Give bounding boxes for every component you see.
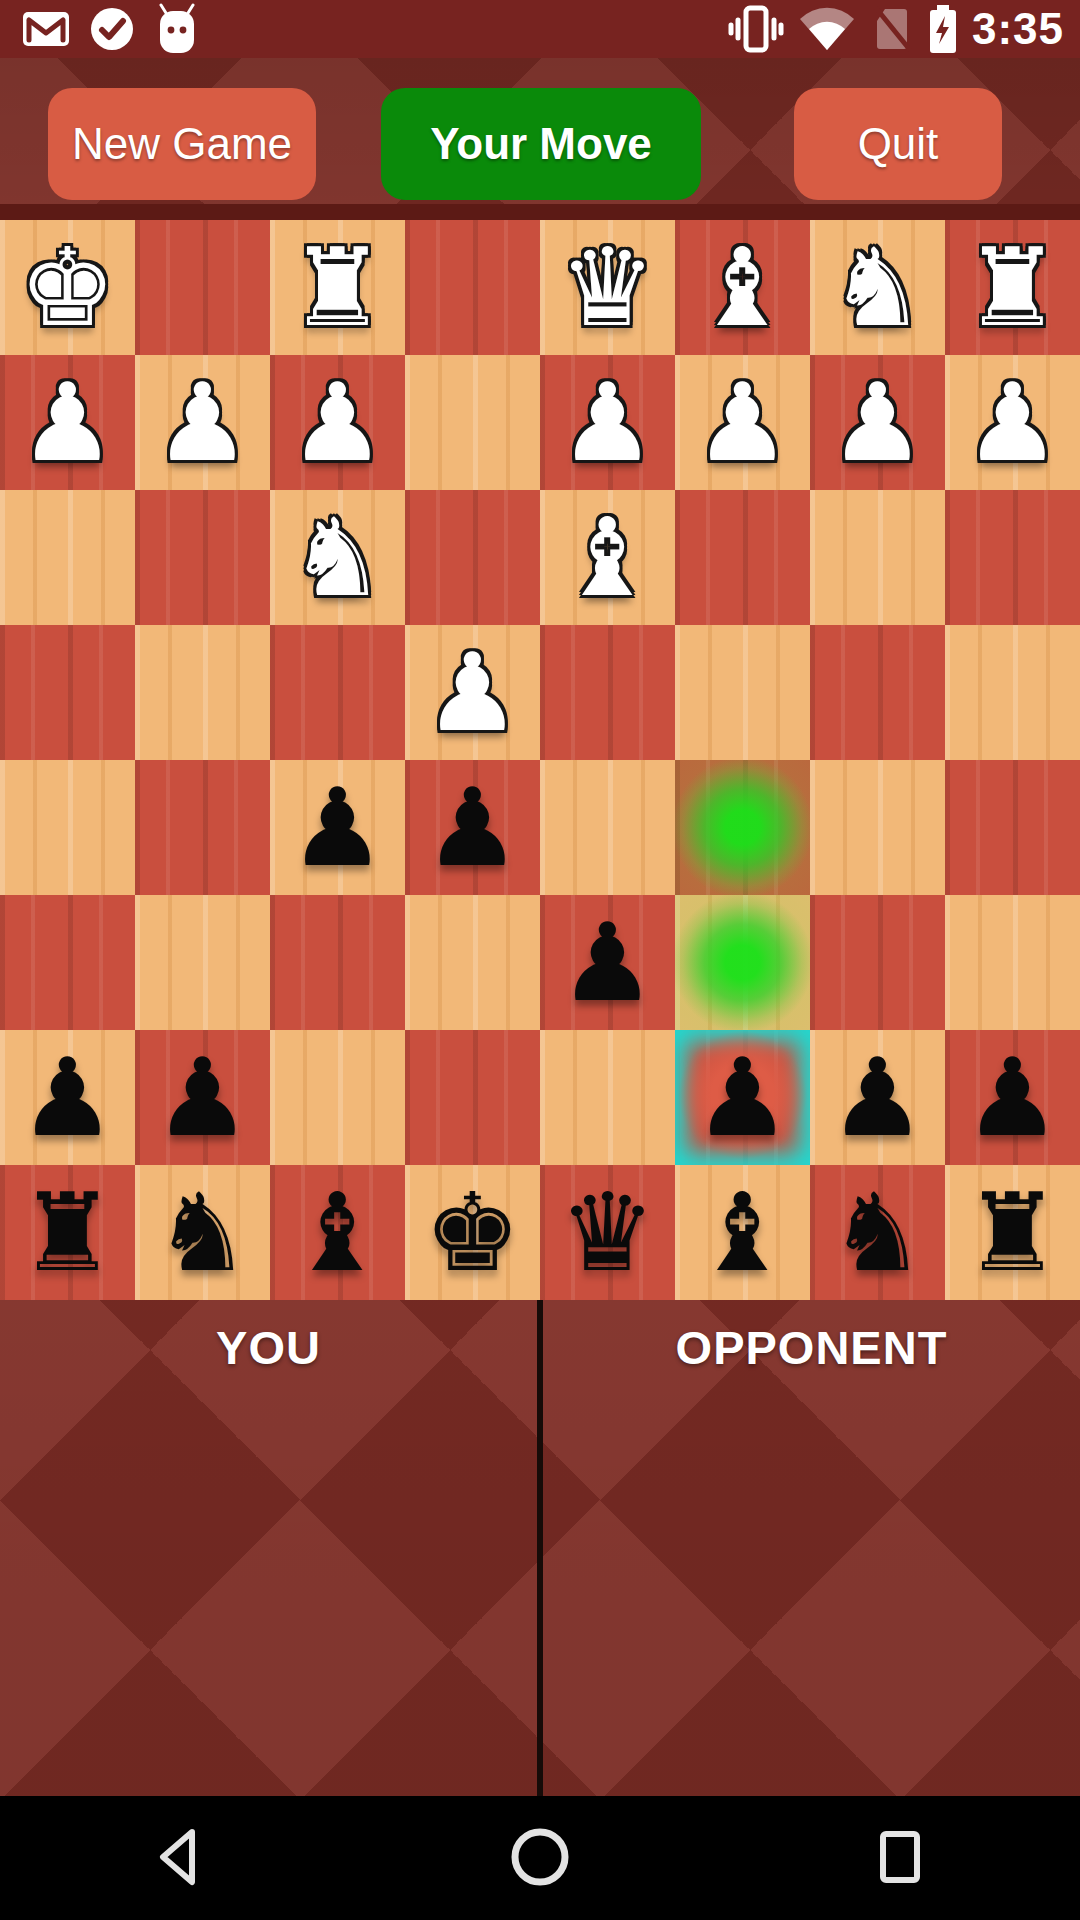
board-cell[interactable]: ♟ xyxy=(270,760,405,895)
vibrate-icon xyxy=(728,5,784,53)
board-cell[interactable]: ♚ xyxy=(0,220,135,355)
board-cell[interactable] xyxy=(270,895,405,1030)
gmail-icon xyxy=(22,11,70,47)
white-pawn: ♟ xyxy=(135,355,270,490)
back-button[interactable] xyxy=(138,1815,222,1902)
board-cell[interactable]: ♝ xyxy=(675,220,810,355)
white-pawn: ♟ xyxy=(540,355,675,490)
turn-status-button[interactable]: Your Move xyxy=(381,88,701,200)
board-cell[interactable] xyxy=(540,625,675,760)
opponent-label: OPPONENT xyxy=(676,1320,948,1796)
black-knight: ♞ xyxy=(135,1165,270,1300)
white-bishop: ♝ xyxy=(675,220,810,355)
board-cell[interactable] xyxy=(540,1030,675,1165)
navigation-bar xyxy=(0,1796,1080,1920)
you-label: YOU xyxy=(216,1320,321,1796)
quit-button[interactable]: Quit xyxy=(794,88,1002,200)
white-pawn: ♟ xyxy=(405,625,540,760)
black-pawn: ♟ xyxy=(0,1030,135,1165)
white-pawn: ♟ xyxy=(270,355,405,490)
board-cell[interactable] xyxy=(135,220,270,355)
black-pawn: ♟ xyxy=(540,895,675,1030)
chess-board: ♚♜♛♝♞♜♟♟♟♟♟♟♟♞♝♟♟♟♟♟♟♟♟♟♜♞♝♚♛♝♞♜ xyxy=(0,220,1080,1300)
black-king: ♚ xyxy=(405,1165,540,1300)
board-cell[interactable]: ♟ xyxy=(135,1030,270,1165)
toolbar: New Game Your Move Quit xyxy=(0,58,1080,204)
board-cell[interactable] xyxy=(0,490,135,625)
board-cell[interactable] xyxy=(945,895,1080,1030)
black-queen: ♛ xyxy=(540,1165,675,1300)
board-cell[interactable] xyxy=(135,895,270,1030)
board-cell[interactable] xyxy=(270,625,405,760)
black-knight: ♞ xyxy=(810,1165,945,1300)
white-pawn: ♟ xyxy=(810,355,945,490)
board-top-edge xyxy=(0,204,1080,220)
white-knight: ♞ xyxy=(810,220,945,355)
board-cell[interactable]: ♟ xyxy=(0,355,135,490)
battery-charging-icon xyxy=(928,4,958,54)
white-king: ♚ xyxy=(0,220,135,355)
board-cell[interactable] xyxy=(675,760,810,895)
wifi-icon xyxy=(798,6,856,52)
captured-pieces-opponent: OPPONENT xyxy=(543,1300,1080,1796)
board-cell[interactable] xyxy=(405,220,540,355)
board-cell[interactable]: ♞ xyxy=(810,1165,945,1300)
board-cell[interactable] xyxy=(135,490,270,625)
black-pawn: ♟ xyxy=(810,1030,945,1165)
board-cell[interactable] xyxy=(135,760,270,895)
board-cell[interactable] xyxy=(675,490,810,625)
white-rook: ♜ xyxy=(270,220,405,355)
board-cell[interactable] xyxy=(0,625,135,760)
home-button[interactable] xyxy=(498,1815,582,1902)
board-cell[interactable] xyxy=(810,895,945,1030)
captured-pieces-you: YOU xyxy=(0,1300,537,1796)
recents-button[interactable] xyxy=(858,1815,942,1902)
recents-icon xyxy=(868,1825,932,1892)
home-icon xyxy=(508,1825,572,1892)
board-cell[interactable] xyxy=(0,760,135,895)
board-cell[interactable] xyxy=(405,490,540,625)
board-cell[interactable]: ♟ xyxy=(0,1030,135,1165)
white-queen: ♛ xyxy=(540,220,675,355)
board-cell[interactable]: ♞ xyxy=(810,220,945,355)
app-screen: 3:35 New Game Your Move Quit ♚♜♛♝♞♜♟♟♟♟♟… xyxy=(0,0,1080,1920)
white-rook: ♜ xyxy=(945,220,1080,355)
board-cell[interactable]: ♝ xyxy=(540,490,675,625)
board-cell[interactable]: ♟ xyxy=(675,355,810,490)
black-bishop: ♝ xyxy=(675,1165,810,1300)
black-pawn: ♟ xyxy=(270,760,405,895)
board-cell[interactable] xyxy=(675,895,810,1030)
black-pawn: ♟ xyxy=(945,1030,1080,1165)
board-cell[interactable]: ♛ xyxy=(540,220,675,355)
board-cell[interactable] xyxy=(945,490,1080,625)
check-badge-icon xyxy=(88,5,136,53)
black-pawn: ♟ xyxy=(135,1030,270,1165)
board-cell[interactable] xyxy=(675,625,810,760)
board-cell[interactable] xyxy=(945,760,1080,895)
board-cell[interactable]: ♟ xyxy=(945,355,1080,490)
board-cell[interactable]: ♞ xyxy=(270,490,405,625)
board-cell[interactable] xyxy=(810,490,945,625)
board-cell[interactable]: ♝ xyxy=(675,1165,810,1300)
black-rook: ♜ xyxy=(945,1165,1080,1300)
board-cell[interactable]: ♟ xyxy=(675,1030,810,1165)
white-pawn: ♟ xyxy=(675,355,810,490)
white-knight: ♞ xyxy=(270,490,405,625)
black-pawn: ♟ xyxy=(675,1030,810,1165)
board-cell[interactable] xyxy=(540,760,675,895)
status-bar: 3:35 xyxy=(0,0,1080,58)
board-cell[interactable] xyxy=(270,1030,405,1165)
white-pawn: ♟ xyxy=(945,355,1080,490)
board-cell[interactable] xyxy=(405,355,540,490)
board-cell[interactable]: ♞ xyxy=(135,1165,270,1300)
board-cell[interactable]: ♟ xyxy=(540,355,675,490)
board-cell[interactable]: ♟ xyxy=(135,355,270,490)
captured-pieces-area: YOU OPPONENT xyxy=(0,1300,1080,1796)
black-bishop: ♝ xyxy=(270,1165,405,1300)
board-cell[interactable]: ♜ xyxy=(945,1165,1080,1300)
board-cell[interactable] xyxy=(405,895,540,1030)
board-cell[interactable]: ♛ xyxy=(540,1165,675,1300)
board-cell[interactable]: ♟ xyxy=(810,355,945,490)
board-cell[interactable]: ♟ xyxy=(540,895,675,1030)
black-rook: ♜ xyxy=(0,1165,135,1300)
white-pawn: ♟ xyxy=(0,355,135,490)
board-cell[interactable] xyxy=(135,625,270,760)
white-bishop: ♝ xyxy=(540,490,675,625)
board-cell[interactable] xyxy=(810,760,945,895)
android-marshmallow-icon xyxy=(154,3,200,55)
board-cell[interactable]: ♚ xyxy=(405,1165,540,1300)
board-cell[interactable] xyxy=(0,895,135,1030)
board-cell[interactable]: ♟ xyxy=(945,1030,1080,1165)
no-sim-icon xyxy=(870,5,914,53)
board-cell[interactable]: ♜ xyxy=(945,220,1080,355)
board-cell[interactable] xyxy=(945,625,1080,760)
back-icon xyxy=(148,1825,212,1892)
board-cell[interactable]: ♜ xyxy=(0,1165,135,1300)
new-game-button[interactable]: New Game xyxy=(48,88,316,200)
black-pawn: ♟ xyxy=(405,760,540,895)
board-cell[interactable]: ♝ xyxy=(270,1165,405,1300)
board-cell[interactable] xyxy=(810,625,945,760)
board-cell[interactable]: ♜ xyxy=(270,220,405,355)
board-cell[interactable]: ♟ xyxy=(405,760,540,895)
board-cell[interactable]: ♟ xyxy=(810,1030,945,1165)
board-cell[interactable]: ♟ xyxy=(405,625,540,760)
clock-time: 3:35 xyxy=(972,4,1064,54)
board-cell[interactable] xyxy=(405,1030,540,1165)
board-cell[interactable]: ♟ xyxy=(270,355,405,490)
